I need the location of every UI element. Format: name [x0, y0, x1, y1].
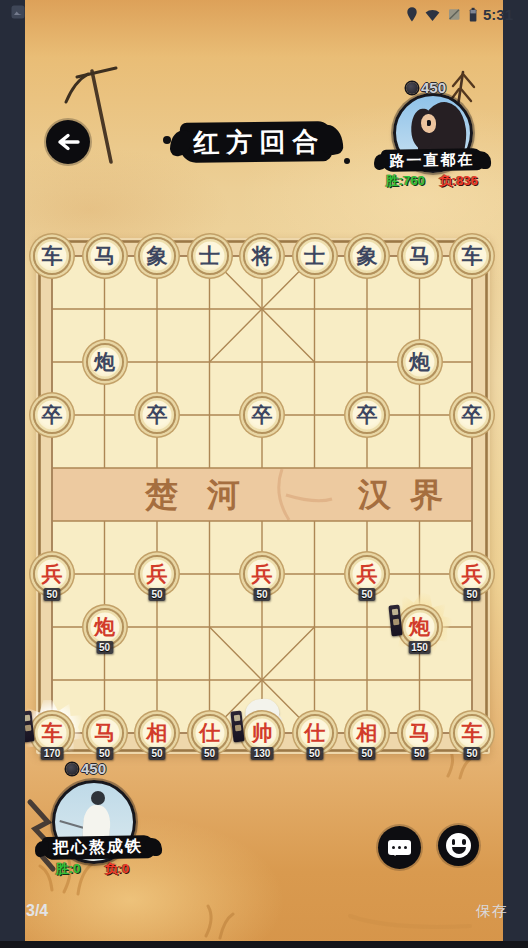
- piece-badge-icon: [66, 763, 78, 775]
- river-label-left: 楚河: [144, 477, 269, 513]
- piece-卒[interactable]: 卒: [33, 396, 71, 434]
- hp-badge: 50: [358, 747, 375, 760]
- player-bottom-stats: 胜:0 负:0: [56, 860, 129, 878]
- piece-glyph: 卒: [348, 396, 386, 434]
- board-grid: 楚河 汉界: [36, 238, 490, 754]
- chat-button[interactable]: [378, 826, 421, 869]
- status-bar: 5:31: [0, 0, 528, 28]
- piece-glyph: 卒: [453, 396, 491, 434]
- piece-兵[interactable]: 兵50: [243, 555, 281, 593]
- piece-士[interactable]: 士: [296, 237, 334, 275]
- hp-badge: 50: [253, 588, 270, 601]
- piece-炮[interactable]: 炮150: [401, 608, 439, 646]
- chat-bubble-icon: [388, 840, 411, 855]
- piece-glyph: 卒: [138, 396, 176, 434]
- player-top-badge-value: 450: [421, 79, 446, 96]
- no-sim-icon: [446, 6, 462, 22]
- piece-glyph: 炮: [401, 343, 439, 381]
- piece-glyph: 炮: [86, 343, 124, 381]
- piece-车[interactable]: 车50: [453, 714, 491, 752]
- piece-glyph: 马: [86, 237, 124, 275]
- hp-badge: 170: [41, 747, 64, 760]
- hp-badge: 50: [148, 588, 165, 601]
- player-top-losses: 负:836: [439, 172, 478, 190]
- letterbox-right: [503, 0, 528, 948]
- piece-卒[interactable]: 卒: [453, 396, 491, 434]
- piece-车[interactable]: 车: [453, 237, 491, 275]
- piece-glyph: 象: [138, 237, 176, 275]
- piece-卒[interactable]: 卒: [243, 396, 281, 434]
- piece-glyph: 车: [33, 237, 71, 275]
- letterbox-left: [0, 0, 25, 948]
- player-top-stats: 胜:760 负:836: [386, 172, 478, 190]
- piece-glyph: 士: [191, 237, 229, 275]
- piece-马[interactable]: 马50: [401, 714, 439, 752]
- back-button[interactable]: [46, 120, 90, 164]
- gallery-notification-icon: [11, 5, 25, 19]
- piece-仕[interactable]: 仕50: [296, 714, 334, 752]
- piece-象[interactable]: 象: [138, 237, 176, 275]
- clock: 5:31: [483, 6, 513, 23]
- piece-将[interactable]: 将: [243, 237, 281, 275]
- screen: 红方回合 450 路一直都在 胜:760 负:836: [0, 0, 528, 948]
- emoji-button[interactable]: [438, 825, 479, 866]
- piece-炮[interactable]: 炮50: [86, 608, 124, 646]
- piece-glyph: 卒: [243, 396, 281, 434]
- save-button[interactable]: 保存: [476, 902, 508, 921]
- piece-卒[interactable]: 卒: [348, 396, 386, 434]
- hp-badge: 50: [411, 747, 428, 760]
- smiley-icon: [446, 833, 471, 858]
- piece-相[interactable]: 相50: [138, 714, 176, 752]
- piece-兵[interactable]: 兵50: [33, 555, 71, 593]
- piece-帅[interactable]: 帅130: [243, 714, 281, 752]
- piece-车[interactable]: 车: [33, 237, 71, 275]
- player-bottom-wins: 胜:0: [56, 860, 81, 878]
- player-top-name: 路一直都在: [381, 148, 483, 172]
- player-top-badge: 450: [406, 79, 446, 96]
- player-top-wins: 胜:760: [386, 172, 425, 190]
- wifi-icon: [424, 6, 441, 22]
- battery-icon: [465, 6, 481, 23]
- piece-相[interactable]: 相50: [348, 714, 386, 752]
- hp-badge: 130: [251, 747, 274, 760]
- piece-glyph: 车: [453, 237, 491, 275]
- piece-仕[interactable]: 仕50: [191, 714, 229, 752]
- hp-badge: 50: [463, 588, 480, 601]
- piece-glyph: 马: [401, 237, 439, 275]
- ink-dot: [344, 158, 350, 164]
- hp-badge: 50: [96, 641, 113, 654]
- back-arrow-icon: [55, 131, 81, 153]
- piece-glyph: 将: [243, 237, 281, 275]
- hp-badge: 50: [96, 747, 113, 760]
- player-bottom-badge-value: 450: [81, 760, 106, 777]
- piece-炮[interactable]: 炮: [401, 343, 439, 381]
- letterbox-bottom: [0, 941, 528, 948]
- piece-glyph: 士: [296, 237, 334, 275]
- piece-glyph: 象: [348, 237, 386, 275]
- piece-卒[interactable]: 卒: [138, 396, 176, 434]
- player-bottom-name: 把心熬成铁: [42, 835, 154, 860]
- piece-车[interactable]: 车170: [33, 714, 71, 752]
- turn-banner: 红方回合: [180, 121, 332, 163]
- hp-badge: 50: [201, 747, 218, 760]
- hp-badge: 50: [148, 747, 165, 760]
- player-bottom-badge: 450: [66, 760, 106, 777]
- avatar-face: [421, 114, 436, 133]
- hp-badge: 50: [306, 747, 323, 760]
- piece-马[interactable]: 马: [401, 237, 439, 275]
- location-pin-icon: [404, 6, 420, 23]
- hp-badge: 50: [358, 588, 375, 601]
- hp-badge: 50: [463, 747, 480, 760]
- piece-马[interactable]: 马: [86, 237, 124, 275]
- avatar-head: [91, 791, 105, 805]
- piece-炮[interactable]: 炮: [86, 343, 124, 381]
- page-indicator: 3/4: [26, 902, 48, 920]
- piece-兵[interactable]: 兵50: [348, 555, 386, 593]
- piece-象[interactable]: 象: [348, 237, 386, 275]
- piece-士[interactable]: 士: [191, 237, 229, 275]
- xiangqi-board[interactable]: 楚河 汉界 车马象士将士象马车炮炮卒卒卒卒卒兵50兵50兵50兵50兵50炮50…: [36, 238, 490, 754]
- player-bottom-losses: 负:0: [105, 860, 130, 878]
- piece-glyph: 卒: [33, 396, 71, 434]
- piece-badge-icon: [406, 82, 418, 94]
- piece-兵[interactable]: 兵50: [138, 555, 176, 593]
- hp-badge: 50: [43, 588, 60, 601]
- piece-兵[interactable]: 兵50: [453, 555, 491, 593]
- hp-badge: 150: [408, 641, 431, 654]
- river-label-right: 汉界: [357, 477, 462, 513]
- piece-马[interactable]: 马50: [86, 714, 124, 752]
